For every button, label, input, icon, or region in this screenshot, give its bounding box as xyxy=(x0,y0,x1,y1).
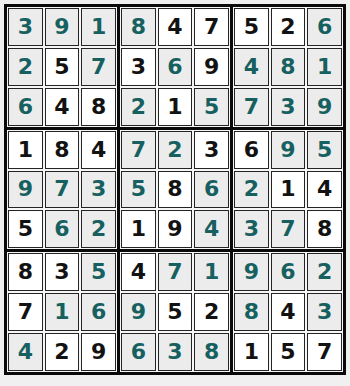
cell-r4c5[interactable]: 2 xyxy=(158,131,193,169)
cell-r1c8[interactable]: 2 xyxy=(271,8,306,46)
cell-r7c1[interactable]: 8 xyxy=(8,253,43,291)
box-r1c3: 526481739 xyxy=(233,7,343,127)
cell-r2c6[interactable]: 9 xyxy=(194,48,229,86)
cell-r6c1[interactable]: 5 xyxy=(8,210,43,248)
cell-r1c9[interactable]: 6 xyxy=(307,8,342,46)
box-r3c3: 962843157 xyxy=(233,252,343,372)
cell-r9c5[interactable]: 3 xyxy=(158,333,193,371)
cell-r5c7[interactable]: 2 xyxy=(234,171,269,209)
cell-r8c9[interactable]: 3 xyxy=(307,293,342,331)
cell-r6c5[interactable]: 9 xyxy=(158,210,193,248)
box-r3c1: 835716429 xyxy=(7,252,117,372)
cell-r8c4[interactable]: 9 xyxy=(121,293,156,331)
cell-r8c6[interactable]: 2 xyxy=(194,293,229,331)
cell-r6c9[interactable]: 8 xyxy=(307,210,342,248)
cell-r5c2[interactable]: 7 xyxy=(45,171,80,209)
cell-r4c4[interactable]: 7 xyxy=(121,131,156,169)
cell-r3c8[interactable]: 3 xyxy=(271,88,306,126)
cell-r9c1[interactable]: 4 xyxy=(8,333,43,371)
cell-r5c3[interactable]: 3 xyxy=(81,171,116,209)
cell-r7c6[interactable]: 1 xyxy=(194,253,229,291)
cell-r7c4[interactable]: 4 xyxy=(121,253,156,291)
cell-r4c2[interactable]: 8 xyxy=(45,131,80,169)
cell-r3c7[interactable]: 7 xyxy=(234,88,269,126)
cell-r8c2[interactable]: 1 xyxy=(45,293,80,331)
cell-r2c9[interactable]: 1 xyxy=(307,48,342,86)
cell-r7c2[interactable]: 3 xyxy=(45,253,80,291)
cell-r6c8[interactable]: 7 xyxy=(271,210,306,248)
cell-r9c2[interactable]: 2 xyxy=(45,333,80,371)
cell-r4c8[interactable]: 9 xyxy=(271,131,306,169)
cell-r9c9[interactable]: 7 xyxy=(307,333,342,371)
cell-r2c7[interactable]: 4 xyxy=(234,48,269,86)
cell-r9c7[interactable]: 1 xyxy=(234,333,269,371)
cell-r6c7[interactable]: 3 xyxy=(234,210,269,248)
cell-r2c4[interactable]: 3 xyxy=(121,48,156,86)
cell-r5c5[interactable]: 8 xyxy=(158,171,193,209)
cell-r6c6[interactable]: 4 xyxy=(194,210,229,248)
box-r2c3: 695214378 xyxy=(233,130,343,250)
cell-r7c5[interactable]: 7 xyxy=(158,253,193,291)
cell-r9c4[interactable]: 6 xyxy=(121,333,156,371)
cell-r3c9[interactable]: 9 xyxy=(307,88,342,126)
sudoku-board: 3912576488473692155264817391849735627235… xyxy=(4,4,346,375)
cell-r3c4[interactable]: 2 xyxy=(121,88,156,126)
cell-r4c7[interactable]: 6 xyxy=(234,131,269,169)
box-r1c1: 391257648 xyxy=(7,7,117,127)
cell-r8c7[interactable]: 8 xyxy=(234,293,269,331)
cell-r9c6[interactable]: 8 xyxy=(194,333,229,371)
cell-r5c6[interactable]: 6 xyxy=(194,171,229,209)
cell-r4c6[interactable]: 3 xyxy=(194,131,229,169)
cell-r7c3[interactable]: 5 xyxy=(81,253,116,291)
cell-r5c4[interactable]: 5 xyxy=(121,171,156,209)
cell-r8c3[interactable]: 6 xyxy=(81,293,116,331)
cell-r3c1[interactable]: 6 xyxy=(8,88,43,126)
cell-r4c9[interactable]: 5 xyxy=(307,131,342,169)
cell-r9c3[interactable]: 9 xyxy=(81,333,116,371)
cell-r4c1[interactable]: 1 xyxy=(8,131,43,169)
cell-r1c5[interactable]: 4 xyxy=(158,8,193,46)
cell-r5c9[interactable]: 4 xyxy=(307,171,342,209)
cell-r2c1[interactable]: 2 xyxy=(8,48,43,86)
cell-r6c4[interactable]: 1 xyxy=(121,210,156,248)
cell-r1c1[interactable]: 3 xyxy=(8,8,43,46)
cell-r9c8[interactable]: 5 xyxy=(271,333,306,371)
cell-r7c8[interactable]: 6 xyxy=(271,253,306,291)
cell-r7c7[interactable]: 9 xyxy=(234,253,269,291)
cell-r8c5[interactable]: 5 xyxy=(158,293,193,331)
cell-r8c8[interactable]: 4 xyxy=(271,293,306,331)
cell-r3c3[interactable]: 8 xyxy=(81,88,116,126)
cell-r5c1[interactable]: 9 xyxy=(8,171,43,209)
cell-r3c5[interactable]: 1 xyxy=(158,88,193,126)
cell-r2c2[interactable]: 5 xyxy=(45,48,80,86)
cell-r6c3[interactable]: 2 xyxy=(81,210,116,248)
cell-r1c2[interactable]: 9 xyxy=(45,8,80,46)
cell-r1c7[interactable]: 5 xyxy=(234,8,269,46)
cell-r4c3[interactable]: 4 xyxy=(81,131,116,169)
cell-r1c4[interactable]: 8 xyxy=(121,8,156,46)
box-r2c1: 184973562 xyxy=(7,130,117,250)
cell-r2c3[interactable]: 7 xyxy=(81,48,116,86)
cell-r7c9[interactable]: 2 xyxy=(307,253,342,291)
cell-r3c2[interactable]: 4 xyxy=(45,88,80,126)
box-r2c2: 723586194 xyxy=(120,130,230,250)
cell-r3c6[interactable]: 5 xyxy=(194,88,229,126)
cell-r6c2[interactable]: 6 xyxy=(45,210,80,248)
cell-r5c8[interactable]: 1 xyxy=(271,171,306,209)
cell-r2c8[interactable]: 8 xyxy=(271,48,306,86)
cell-r2c5[interactable]: 6 xyxy=(158,48,193,86)
cell-r1c6[interactable]: 7 xyxy=(194,8,229,46)
box-r1c2: 847369215 xyxy=(120,7,230,127)
cell-r8c1[interactable]: 7 xyxy=(8,293,43,331)
cell-r1c3[interactable]: 1 xyxy=(81,8,116,46)
box-r3c2: 471952638 xyxy=(120,252,230,372)
